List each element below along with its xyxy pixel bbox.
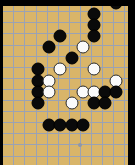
black-stone bbox=[43, 41, 56, 54]
grid-line-horizontal bbox=[3, 144, 129, 145]
black-stone bbox=[109, 85, 122, 98]
go-board[interactable] bbox=[3, 6, 129, 165]
grid-line-horizontal bbox=[3, 45, 129, 46]
black-stone bbox=[54, 30, 67, 43]
black-stone bbox=[65, 52, 78, 65]
black-stone bbox=[32, 96, 45, 109]
left-mask bbox=[0, 0, 3, 165]
black-stone bbox=[98, 96, 111, 109]
grid-line-horizontal bbox=[3, 133, 129, 134]
grid-line-vertical bbox=[69, 6, 70, 165]
grid-line-vertical bbox=[124, 6, 125, 165]
top-mask bbox=[0, 0, 135, 6]
star-point bbox=[78, 143, 82, 147]
white-stone bbox=[43, 85, 56, 98]
white-stone bbox=[87, 63, 100, 76]
grid-line-vertical bbox=[24, 6, 25, 165]
grid-line-horizontal bbox=[3, 156, 129, 157]
go-app-screen bbox=[0, 0, 135, 165]
black-stone bbox=[76, 118, 89, 131]
white-stone bbox=[54, 63, 67, 76]
grid-line-horizontal bbox=[3, 22, 129, 23]
grid-line-horizontal bbox=[3, 111, 129, 112]
white-stone bbox=[65, 96, 78, 109]
grid-line-vertical bbox=[13, 6, 14, 165]
white-stone bbox=[76, 41, 89, 54]
black-stone bbox=[87, 30, 100, 43]
grid-line-horizontal bbox=[3, 11, 129, 12]
right-mask bbox=[128, 0, 135, 165]
